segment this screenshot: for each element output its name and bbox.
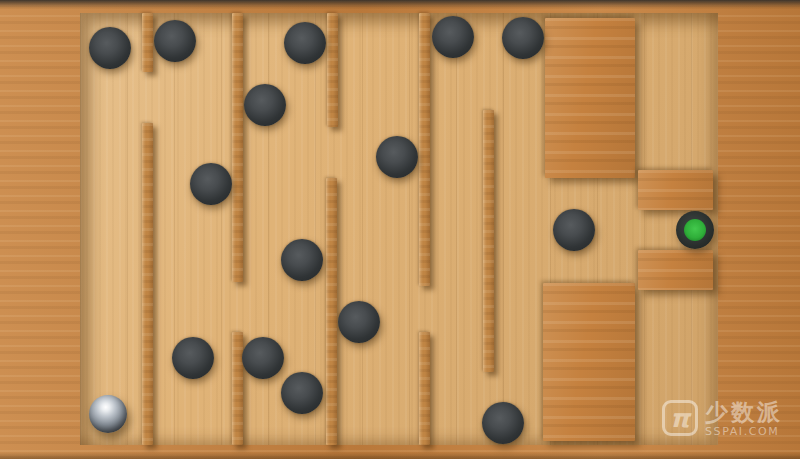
watermark: π 少数派 SSPAI.COM <box>662 400 783 438</box>
wall-a2 <box>142 123 153 445</box>
wall-b2 <box>232 332 243 445</box>
hole <box>242 337 284 379</box>
sspai-logo-glyph: π <box>670 404 690 433</box>
frame-top-edge-shadow <box>0 0 800 8</box>
wall-d1 <box>419 13 430 286</box>
hole <box>284 22 326 64</box>
hole <box>281 239 323 281</box>
hole <box>376 136 418 178</box>
labyrinth-board: π 少数派 SSPAI.COM <box>0 0 800 459</box>
block-goal-upper <box>638 170 713 210</box>
wall-e <box>483 110 494 372</box>
wall-d2 <box>419 332 430 445</box>
hole <box>553 209 595 251</box>
wall-b1 <box>232 13 243 282</box>
hole <box>281 372 323 414</box>
wall-a1 <box>142 13 153 72</box>
goal-green-ring <box>684 219 706 241</box>
wall-c1 <box>327 13 338 127</box>
block-bottom <box>543 283 635 441</box>
steel-ball[interactable] <box>89 395 127 433</box>
hole <box>89 27 131 69</box>
sspai-logo-icon: π <box>662 400 698 436</box>
block-top-right <box>545 18 635 178</box>
frame-bottom-edge-shadow <box>0 452 800 459</box>
hole <box>338 301 380 343</box>
hole <box>190 163 232 205</box>
wall-c2 <box>326 178 337 445</box>
playfield[interactable] <box>80 13 718 445</box>
hole <box>482 402 524 444</box>
goal-hole <box>676 211 714 249</box>
hole <box>244 84 286 126</box>
hole <box>432 16 474 58</box>
block-goal-lower <box>638 250 713 290</box>
hole <box>154 20 196 62</box>
watermark-brand: 少数派 <box>705 400 783 425</box>
watermark-site: SSPAI.COM <box>705 426 783 438</box>
hole <box>502 17 544 59</box>
hole <box>172 337 214 379</box>
